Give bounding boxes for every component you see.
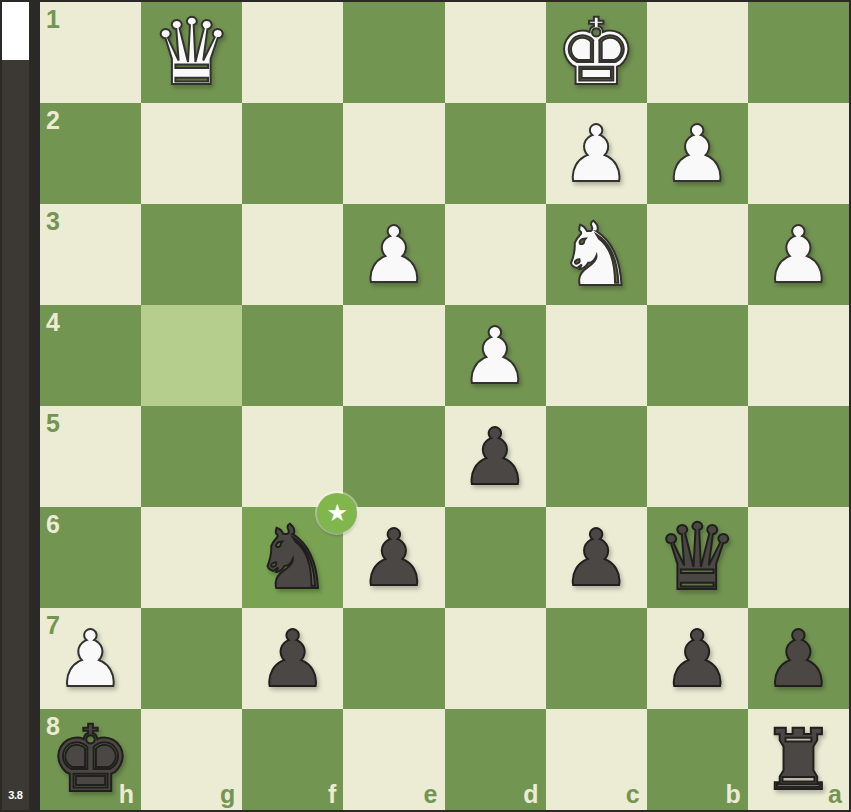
piece-black-pawn[interactable]: ♟ [763, 620, 833, 698]
square-d2[interactable] [445, 103, 546, 204]
square-a2[interactable] [748, 103, 849, 204]
square-h5[interactable]: 5 [40, 406, 141, 507]
piece-white-knight[interactable]: ♞ [557, 211, 636, 299]
square-c1[interactable]: ♚ [546, 2, 647, 103]
piece-black-rook[interactable]: ♜ [761, 718, 836, 802]
square-f3[interactable] [242, 204, 343, 305]
square-h8[interactable]: 8h♚ [40, 709, 141, 810]
square-b8[interactable]: b [647, 709, 748, 810]
square-a4[interactable] [748, 305, 849, 406]
square-a8[interactable]: a♜ [748, 709, 849, 810]
square-b6[interactable]: ♛ [647, 507, 748, 608]
square-d7[interactable] [445, 608, 546, 709]
square-e6[interactable]: ♟ [343, 507, 444, 608]
square-a7[interactable]: ♟ [748, 608, 849, 709]
square-f4[interactable] [242, 305, 343, 406]
rank-label-4: 4 [46, 308, 60, 337]
square-g7[interactable] [141, 608, 242, 709]
file-label-g: g [220, 780, 235, 809]
square-f2[interactable] [242, 103, 343, 204]
square-e3[interactable]: ♟ [343, 204, 444, 305]
square-e4[interactable] [343, 305, 444, 406]
square-c7[interactable] [546, 608, 647, 709]
square-b7[interactable]: ♟ [647, 608, 748, 709]
eval-score: 3.8 [2, 789, 29, 801]
rank-label-5: 5 [46, 409, 60, 438]
square-d1[interactable] [445, 2, 546, 103]
eval-bar: 3.8 [2, 2, 29, 810]
square-a5[interactable] [748, 406, 849, 507]
piece-white-pawn[interactable]: ♟ [56, 620, 126, 698]
file-label-f: f [328, 780, 336, 809]
square-e7[interactable] [343, 608, 444, 709]
piece-black-knight[interactable]: ♞ [253, 514, 332, 602]
file-label-e: e [424, 780, 438, 809]
square-f7[interactable]: ♟ [242, 608, 343, 709]
square-d3[interactable] [445, 204, 546, 305]
square-c6[interactable]: ♟ [546, 507, 647, 608]
square-d8[interactable]: d [445, 709, 546, 810]
square-c3[interactable]: ♞ [546, 204, 647, 305]
square-h6[interactable]: 6 [40, 507, 141, 608]
square-d4[interactable]: ♟ [445, 305, 546, 406]
square-h4[interactable]: 4 [40, 305, 141, 406]
square-g4[interactable] [141, 305, 242, 406]
rank-label-6: 6 [46, 510, 60, 539]
piece-black-pawn[interactable]: ♟ [561, 519, 631, 597]
square-c5[interactable] [546, 406, 647, 507]
chess-app: 3.8 1♛♚2♟♟3♟♞♟4♟5♟6♞★♟♟♛7♟♟♟♟8h♚gfedcba♜ [0, 0, 851, 812]
square-g2[interactable] [141, 103, 242, 204]
piece-black-queen[interactable]: ♛ [656, 512, 738, 604]
file-label-b: b [726, 780, 741, 809]
square-c4[interactable] [546, 305, 647, 406]
square-d5[interactable]: ♟ [445, 406, 546, 507]
square-b4[interactable] [647, 305, 748, 406]
piece-white-pawn[interactable]: ♟ [460, 317, 530, 395]
piece-black-pawn[interactable]: ♟ [359, 519, 429, 597]
square-g6[interactable] [141, 507, 242, 608]
square-e1[interactable] [343, 2, 444, 103]
square-e5[interactable] [343, 406, 444, 507]
rank-label-2: 2 [46, 106, 60, 135]
piece-white-pawn[interactable]: ♟ [359, 216, 429, 294]
rank-label-3: 3 [46, 207, 60, 236]
square-g8[interactable]: g [141, 709, 242, 810]
file-label-d: d [523, 780, 538, 809]
rank-label-1: 1 [46, 5, 60, 34]
piece-white-pawn[interactable]: ♟ [763, 216, 833, 294]
square-e2[interactable] [343, 103, 444, 204]
square-g3[interactable] [141, 204, 242, 305]
square-g5[interactable] [141, 406, 242, 507]
piece-white-pawn[interactable]: ♟ [561, 115, 631, 193]
square-h2[interactable]: 2 [40, 103, 141, 204]
square-b1[interactable] [647, 2, 748, 103]
star-icon: ★ [327, 501, 349, 525]
square-h3[interactable]: 3 [40, 204, 141, 305]
square-a1[interactable] [748, 2, 849, 103]
square-d6[interactable] [445, 507, 546, 608]
square-a6[interactable] [748, 507, 849, 608]
square-g1[interactable]: ♛ [141, 2, 242, 103]
square-b3[interactable] [647, 204, 748, 305]
square-a3[interactable]: ♟ [748, 204, 849, 305]
piece-black-king[interactable]: ♚ [49, 714, 131, 806]
square-f8[interactable]: f [242, 709, 343, 810]
piece-black-pawn[interactable]: ♟ [460, 418, 530, 496]
square-c8[interactable]: c [546, 709, 647, 810]
file-label-c: c [626, 780, 640, 809]
piece-black-pawn[interactable]: ♟ [662, 620, 732, 698]
board: 1♛♚2♟♟3♟♞♟4♟5♟6♞★♟♟♛7♟♟♟♟8h♚gfedcba♜ [40, 2, 849, 810]
square-h7[interactable]: 7♟ [40, 608, 141, 709]
piece-white-king[interactable]: ♚ [555, 7, 637, 99]
square-b5[interactable] [647, 406, 748, 507]
square-c2[interactable]: ♟ [546, 103, 647, 204]
piece-white-queen[interactable]: ♛ [150, 7, 232, 99]
piece-white-pawn[interactable]: ♟ [662, 115, 732, 193]
square-b2[interactable]: ♟ [647, 103, 748, 204]
square-f5[interactable] [242, 406, 343, 507]
square-f6[interactable]: ♞★ [242, 507, 343, 608]
piece-black-pawn[interactable]: ♟ [258, 620, 328, 698]
square-f1[interactable] [242, 2, 343, 103]
eval-bar-white-section [2, 2, 29, 60]
square-e8[interactable]: e [343, 709, 444, 810]
square-h1[interactable]: 1 [40, 2, 141, 103]
